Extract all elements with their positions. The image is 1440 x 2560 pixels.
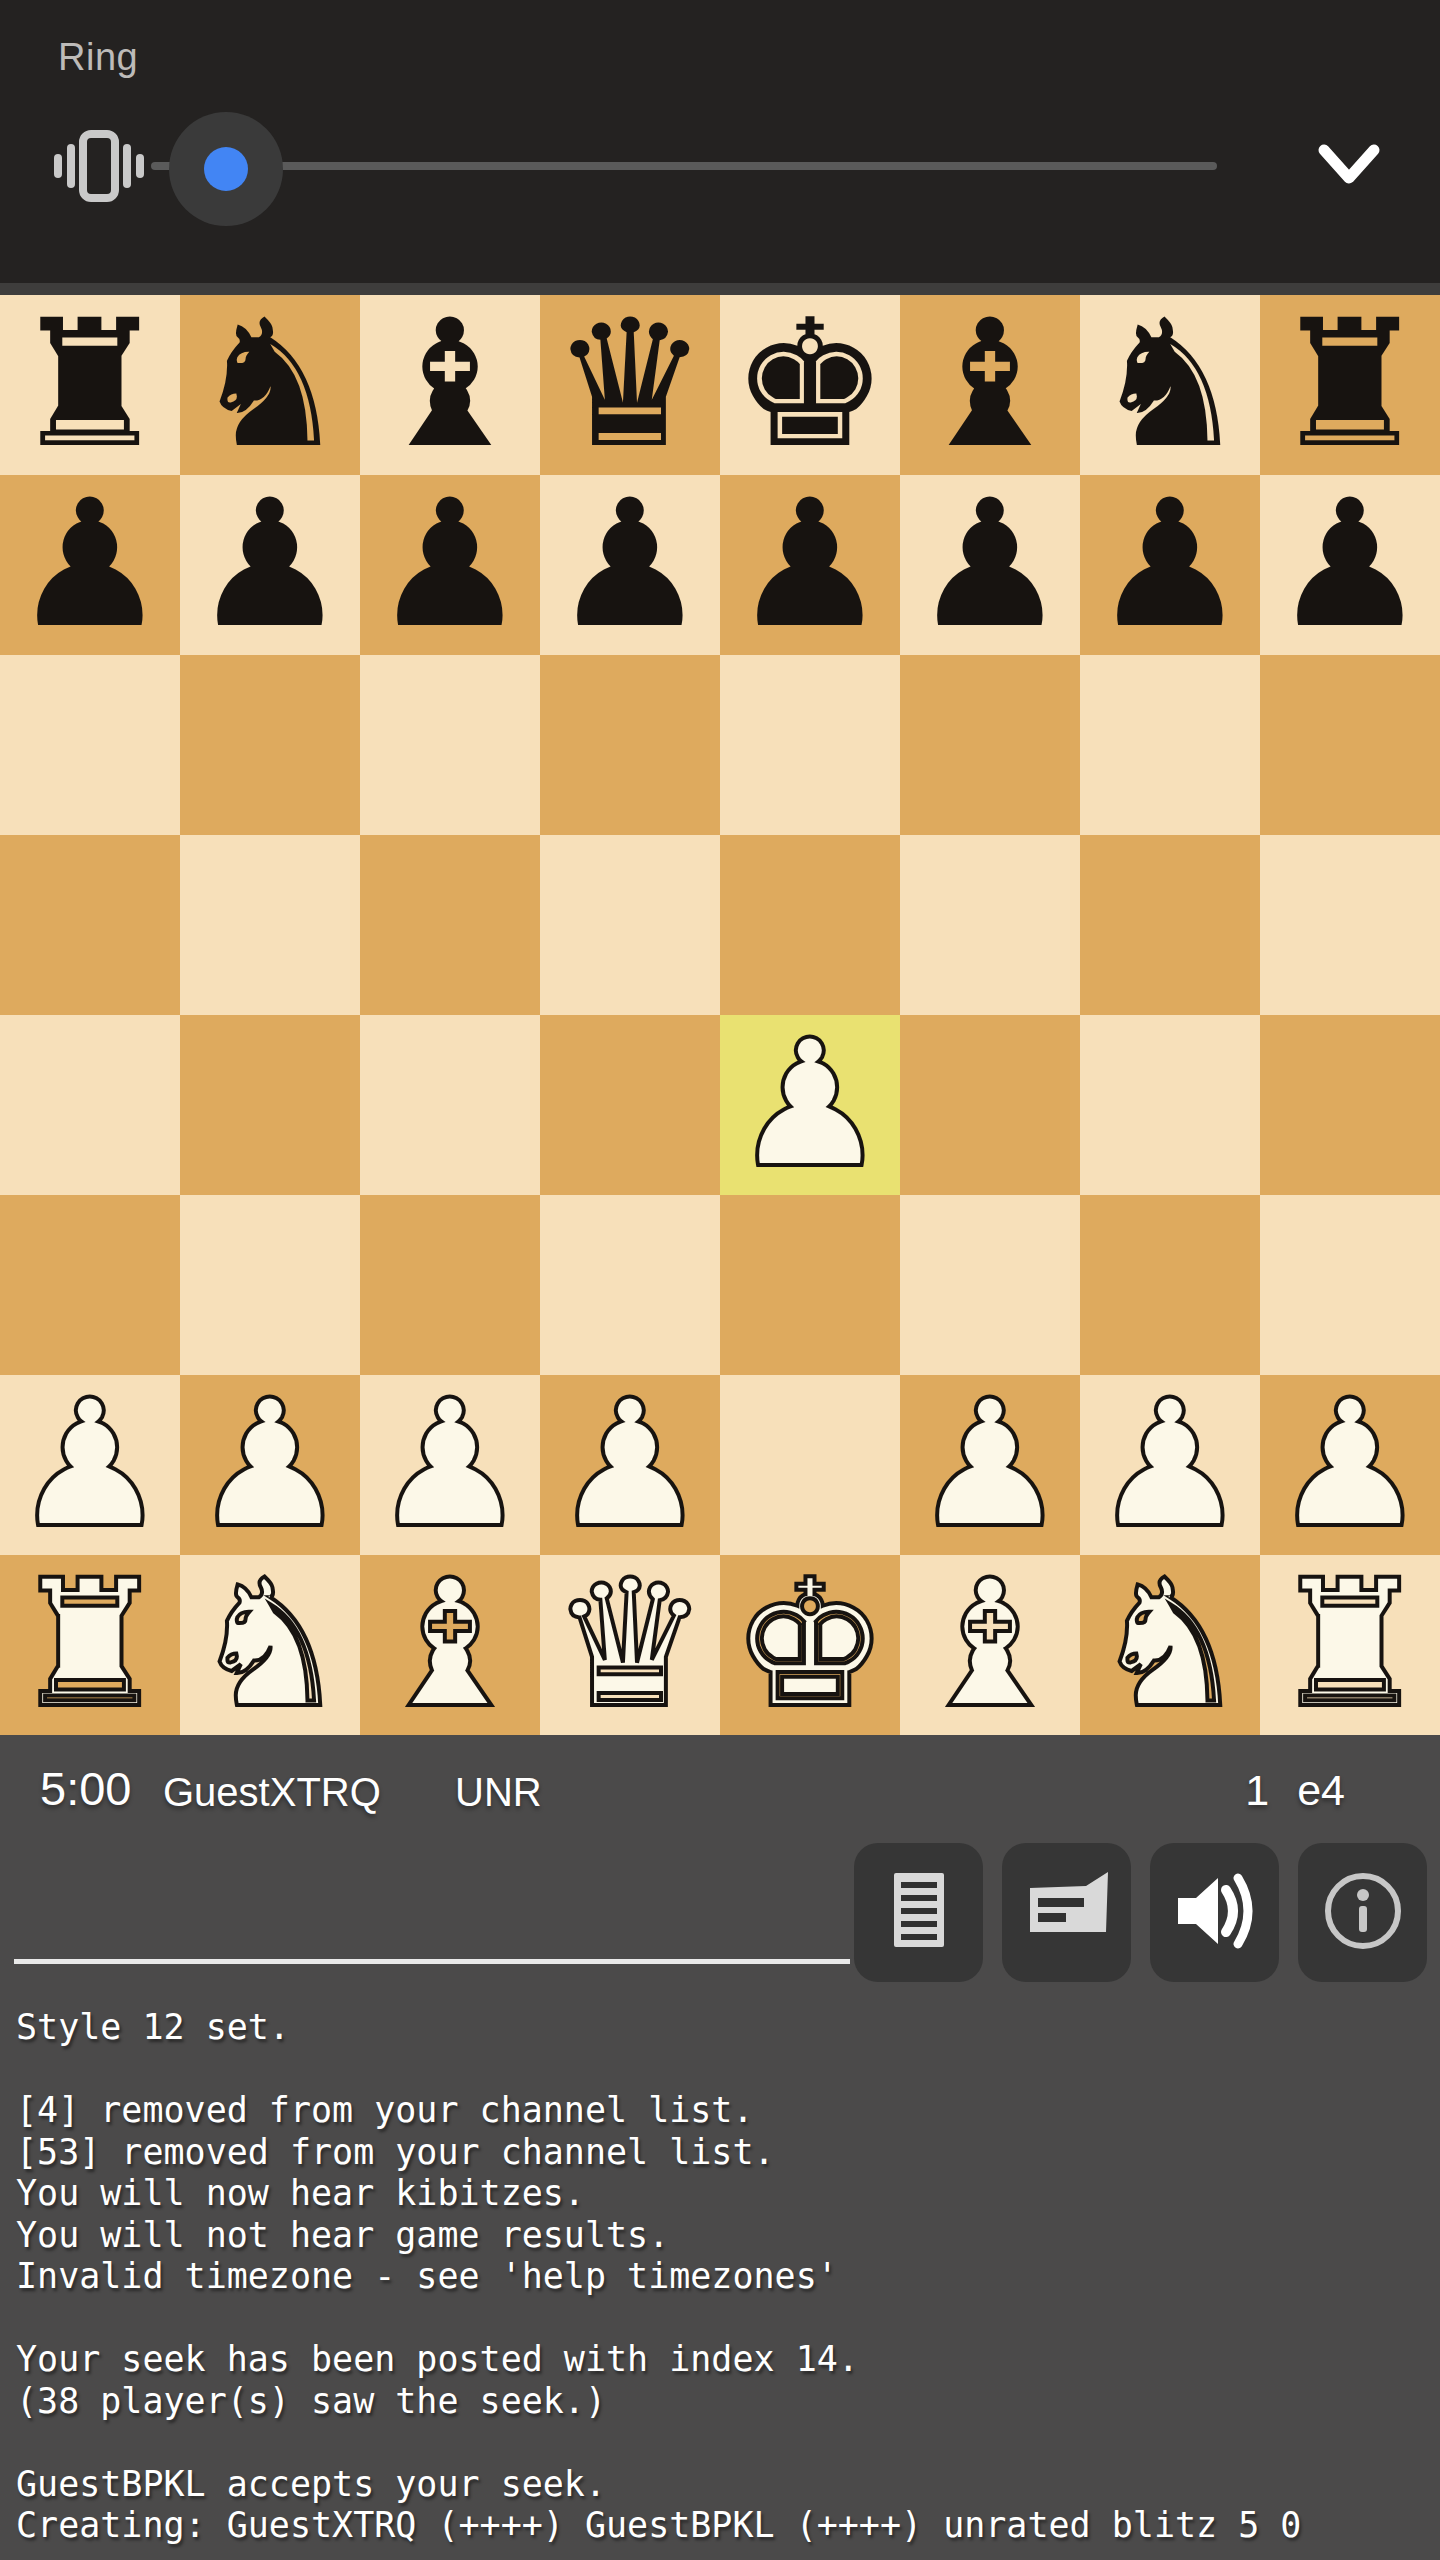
toolbar xyxy=(854,1843,1427,1982)
square-e6[interactable] xyxy=(720,655,900,835)
chess-board[interactable]: ♜♞♝♛♚♝♞♜♟♟♟♟♟♟♟♟♟♟♟♟♟♟♟♟♜♞♝♛♚♝♞♜ xyxy=(0,295,1440,1735)
square-e1[interactable]: ♚ xyxy=(720,1555,900,1735)
console-line xyxy=(16,2422,1430,2464)
piece-white-queen[interactable]: ♛ xyxy=(551,1555,709,1735)
square-b8[interactable]: ♞ xyxy=(180,295,360,475)
square-c4[interactable] xyxy=(360,1015,540,1195)
piece-white-rook[interactable]: ♜ xyxy=(11,1555,169,1735)
square-e2[interactable] xyxy=(720,1375,900,1555)
piece-white-pawn[interactable]: ♟ xyxy=(911,1375,1069,1555)
piece-white-pawn[interactable]: ♟ xyxy=(371,1375,529,1555)
square-h3[interactable] xyxy=(1260,1195,1440,1375)
console-button[interactable] xyxy=(854,1843,983,1982)
square-d8[interactable]: ♛ xyxy=(540,295,720,475)
square-e4[interactable]: ♟ xyxy=(720,1015,900,1195)
square-c6[interactable] xyxy=(360,655,540,835)
command-input-underline xyxy=(14,1959,850,1964)
last-move: e4 xyxy=(1297,1766,1345,1815)
command-input[interactable] xyxy=(14,1905,854,1961)
piece-black-pawn[interactable]: ♟ xyxy=(371,475,529,655)
console-line: Your seek has been posted with index 14. xyxy=(16,2339,1430,2381)
console-line: (38 player(s) saw the seek.) xyxy=(16,2381,1430,2423)
piece-white-bishop[interactable]: ♝ xyxy=(371,1555,529,1735)
piece-white-pawn[interactable]: ♟ xyxy=(1271,1375,1429,1555)
piece-black-bishop[interactable]: ♝ xyxy=(911,295,1069,475)
info-button[interactable] xyxy=(1298,1843,1427,1982)
square-e5[interactable] xyxy=(720,835,900,1015)
square-a1[interactable]: ♜ xyxy=(0,1555,180,1735)
square-b6[interactable] xyxy=(180,655,360,835)
square-g8[interactable]: ♞ xyxy=(1080,295,1260,475)
player-name: GuestXTRQ xyxy=(163,1770,381,1815)
piece-black-pawn[interactable]: ♟ xyxy=(11,475,169,655)
square-e7[interactable]: ♟ xyxy=(720,475,900,655)
square-d2[interactable]: ♟ xyxy=(540,1375,720,1555)
piece-black-pawn[interactable]: ♟ xyxy=(1271,475,1429,655)
square-a4[interactable] xyxy=(0,1015,180,1195)
square-a7[interactable]: ♟ xyxy=(0,475,180,655)
square-c1[interactable]: ♝ xyxy=(360,1555,540,1735)
ring-volume-slider[interactable] xyxy=(105,99,1257,239)
console-line: GuestBPKL accepts your seek. xyxy=(16,2464,1430,2506)
slider-track[interactable] xyxy=(151,162,1217,170)
white-clock: 5:00 xyxy=(40,1761,131,1816)
console-line xyxy=(16,2049,1430,2091)
square-g6[interactable] xyxy=(1080,655,1260,835)
chevron-down-icon[interactable] xyxy=(1316,142,1382,190)
piece-black-knight[interactable]: ♞ xyxy=(191,295,349,475)
square-d1[interactable]: ♛ xyxy=(540,1555,720,1735)
square-e3[interactable] xyxy=(720,1195,900,1375)
piece-white-bishop[interactable]: ♝ xyxy=(911,1555,1069,1735)
square-f1[interactable]: ♝ xyxy=(900,1555,1080,1735)
square-c3[interactable] xyxy=(360,1195,540,1375)
volume-panel: Ring xyxy=(0,0,1440,295)
piece-black-knight[interactable]: ♞ xyxy=(1091,295,1249,475)
square-b2[interactable]: ♟ xyxy=(180,1375,360,1555)
square-c5[interactable] xyxy=(360,835,540,1015)
square-f3[interactable] xyxy=(900,1195,1080,1375)
piece-black-pawn[interactable]: ♟ xyxy=(731,475,889,655)
piece-black-queen[interactable]: ♛ xyxy=(551,295,709,475)
piece-black-pawn[interactable]: ♟ xyxy=(1091,475,1249,655)
square-g1[interactable]: ♞ xyxy=(1080,1555,1260,1735)
info-icon xyxy=(1318,1866,1408,1959)
piece-white-pawn[interactable]: ♟ xyxy=(1091,1375,1249,1555)
square-b4[interactable] xyxy=(180,1015,360,1195)
square-c8[interactable]: ♝ xyxy=(360,295,540,475)
square-d4[interactable] xyxy=(540,1015,720,1195)
square-g7[interactable]: ♟ xyxy=(1080,475,1260,655)
square-h1[interactable]: ♜ xyxy=(1260,1555,1440,1735)
speaker-icon xyxy=(1170,1866,1260,1959)
console-line: You will now hear kibitzes. xyxy=(16,2173,1430,2215)
piece-white-knight[interactable]: ♞ xyxy=(191,1555,349,1735)
console-line: You will not hear game results. xyxy=(16,2215,1430,2257)
square-g2[interactable]: ♟ xyxy=(1080,1375,1260,1555)
console-line: [53] removed from your channel list. xyxy=(16,2132,1430,2174)
console-line: [4] removed from your channel list. xyxy=(16,2090,1430,2132)
player-rating: UNR xyxy=(455,1770,542,1815)
console-log[interactable]: Style 12 set.[4] removed from your chann… xyxy=(16,2007,1430,2560)
square-g3[interactable] xyxy=(1080,1195,1260,1375)
piece-white-knight[interactable]: ♞ xyxy=(1091,1555,1249,1735)
square-a3[interactable] xyxy=(0,1195,180,1375)
piece-white-pawn[interactable]: ♟ xyxy=(551,1375,709,1555)
document-icon xyxy=(874,1866,964,1959)
piece-black-pawn[interactable]: ♟ xyxy=(191,475,349,655)
move-list: 1 e4 xyxy=(1245,1766,1345,1815)
square-f5[interactable] xyxy=(900,835,1080,1015)
piece-white-rook[interactable]: ♜ xyxy=(1271,1555,1429,1735)
piece-black-rook[interactable]: ♜ xyxy=(1271,295,1429,475)
ring-label: Ring xyxy=(58,36,138,79)
square-a2[interactable]: ♟ xyxy=(0,1375,180,1555)
square-d5[interactable] xyxy=(540,835,720,1015)
square-a8[interactable]: ♜ xyxy=(0,295,180,475)
square-d6[interactable] xyxy=(540,655,720,835)
chat-button[interactable] xyxy=(1002,1843,1131,1982)
console-line: Creating: GuestXTRQ (++++) GuestBPKL (++… xyxy=(16,2505,1430,2547)
square-b7[interactable]: ♟ xyxy=(180,475,360,655)
square-c7[interactable]: ♟ xyxy=(360,475,540,655)
square-a5[interactable] xyxy=(0,835,180,1015)
console-line: Style 12 set. xyxy=(16,2007,1430,2049)
piece-black-pawn[interactable]: ♟ xyxy=(551,475,709,655)
square-h2[interactable]: ♟ xyxy=(1260,1375,1440,1555)
square-a6[interactable] xyxy=(0,655,180,835)
square-h4[interactable] xyxy=(1260,1015,1440,1195)
piece-white-pawn[interactable]: ♟ xyxy=(191,1375,349,1555)
square-h7[interactable]: ♟ xyxy=(1260,475,1440,655)
piece-black-pawn[interactable]: ♟ xyxy=(911,475,1069,655)
piece-black-bishop[interactable]: ♝ xyxy=(371,295,529,475)
square-g5[interactable] xyxy=(1080,835,1260,1015)
move-number: 1 xyxy=(1245,1766,1269,1815)
console-line xyxy=(16,2298,1430,2340)
square-g4[interactable] xyxy=(1080,1015,1260,1195)
square-d7[interactable]: ♟ xyxy=(540,475,720,655)
piece-black-king[interactable]: ♚ xyxy=(731,295,889,475)
piece-white-pawn[interactable]: ♟ xyxy=(731,1015,889,1195)
square-h6[interactable] xyxy=(1260,655,1440,835)
console-line: Invalid timezone - see 'help timezones' xyxy=(16,2256,1430,2298)
square-h8[interactable]: ♜ xyxy=(1260,295,1440,475)
square-e8[interactable]: ♚ xyxy=(720,295,900,475)
square-b5[interactable] xyxy=(180,835,360,1015)
square-f2[interactable]: ♟ xyxy=(900,1375,1080,1555)
piece-black-rook[interactable]: ♜ xyxy=(11,295,169,475)
square-c2[interactable]: ♟ xyxy=(360,1375,540,1555)
square-b1[interactable]: ♞ xyxy=(180,1555,360,1735)
game-panel: 5:00 GuestXTRQ UNR 1 e4 xyxy=(0,1735,1440,2560)
square-f8[interactable]: ♝ xyxy=(900,295,1080,475)
piece-white-king[interactable]: ♚ xyxy=(731,1555,889,1735)
chat-icon xyxy=(1022,1866,1112,1959)
square-f6[interactable] xyxy=(900,655,1080,835)
piece-white-pawn[interactable]: ♟ xyxy=(11,1375,169,1555)
square-b3[interactable] xyxy=(180,1195,360,1375)
square-h5[interactable] xyxy=(1260,835,1440,1015)
square-d3[interactable] xyxy=(540,1195,720,1375)
square-f4[interactable] xyxy=(900,1015,1080,1195)
slider-thumb[interactable] xyxy=(204,147,248,191)
sound-button[interactable] xyxy=(1150,1843,1279,1982)
square-f7[interactable]: ♟ xyxy=(900,475,1080,655)
